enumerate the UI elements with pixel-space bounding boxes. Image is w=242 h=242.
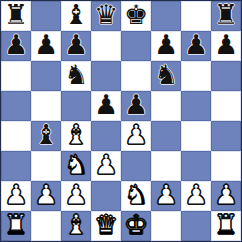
piece-black-queen[interactable]: ♛ [94, 0, 118, 30]
square-d3[interactable]: ♟ [91, 151, 121, 181]
square-a4[interactable] [1, 121, 31, 151]
square-g2[interactable]: ♟ [181, 181, 211, 211]
piece-white-pawn[interactable]: ♟ [184, 180, 208, 210]
square-f8[interactable] [151, 1, 181, 31]
square-b7[interactable]: ♟ [31, 31, 61, 61]
square-c7[interactable]: ♟ [61, 31, 91, 61]
square-f7[interactable]: ♟ [151, 31, 181, 61]
piece-white-pawn[interactable]: ♟ [154, 180, 178, 210]
piece-black-knight[interactable]: ♞ [154, 60, 178, 90]
square-e7[interactable] [121, 31, 151, 61]
square-g8[interactable] [181, 1, 211, 31]
piece-white-pawn[interactable]: ♟ [94, 150, 118, 180]
square-g1[interactable] [181, 211, 211, 241]
square-d5[interactable]: ♟ [91, 91, 121, 121]
piece-black-pawn[interactable]: ♟ [124, 90, 148, 120]
square-g3[interactable] [181, 151, 211, 181]
piece-black-knight[interactable]: ♞ [64, 60, 88, 90]
square-f3[interactable] [151, 151, 181, 181]
square-f4[interactable] [151, 121, 181, 151]
square-g7[interactable]: ♟ [181, 31, 211, 61]
square-h6[interactable] [211, 61, 241, 91]
piece-white-pawn[interactable]: ♟ [214, 180, 238, 210]
square-e6[interactable] [121, 61, 151, 91]
square-h2[interactable]: ♟ [211, 181, 241, 211]
piece-black-rook[interactable]: ♜ [4, 0, 28, 30]
piece-black-rook[interactable]: ♜ [214, 0, 238, 30]
square-b2[interactable]: ♟ [31, 181, 61, 211]
square-b3[interactable] [31, 151, 61, 181]
square-a6[interactable] [1, 61, 31, 91]
piece-black-pawn[interactable]: ♟ [4, 30, 28, 60]
square-d7[interactable] [91, 31, 121, 61]
square-a5[interactable] [1, 91, 31, 121]
square-a8[interactable]: ♜ [1, 1, 31, 31]
square-c1[interactable]: ♝ [61, 211, 91, 241]
square-e1[interactable]: ♚ [121, 211, 151, 241]
square-d6[interactable] [91, 61, 121, 91]
chess-board: ♜♝♛♚♜♟♟♟♟♟♟♞♞♟♟♝♝♟♞♟♟♟♟♞♟♟♟♜♝♛♚♜ [0, 0, 242, 242]
square-g5[interactable] [181, 91, 211, 121]
square-h8[interactable]: ♜ [211, 1, 241, 31]
piece-white-pawn[interactable]: ♟ [124, 120, 148, 150]
piece-black-pawn[interactable]: ♟ [34, 30, 58, 60]
square-f6[interactable]: ♞ [151, 61, 181, 91]
square-f1[interactable] [151, 211, 181, 241]
square-d1[interactable]: ♛ [91, 211, 121, 241]
piece-white-knight[interactable]: ♞ [124, 180, 148, 210]
square-c2[interactable]: ♟ [61, 181, 91, 211]
square-h1[interactable]: ♜ [211, 211, 241, 241]
square-g4[interactable] [181, 121, 211, 151]
square-c5[interactable] [61, 91, 91, 121]
square-a3[interactable] [1, 151, 31, 181]
square-g6[interactable] [181, 61, 211, 91]
piece-black-bishop[interactable]: ♝ [64, 0, 88, 30]
square-b1[interactable] [31, 211, 61, 241]
square-d2[interactable] [91, 181, 121, 211]
piece-black-pawn[interactable]: ♟ [214, 30, 238, 60]
square-h4[interactable] [211, 121, 241, 151]
piece-white-pawn[interactable]: ♟ [34, 180, 58, 210]
piece-white-bishop[interactable]: ♝ [64, 120, 88, 150]
square-h7[interactable]: ♟ [211, 31, 241, 61]
piece-black-king[interactable]: ♚ [124, 0, 148, 30]
square-b4[interactable]: ♝ [31, 121, 61, 151]
piece-black-pawn[interactable]: ♟ [94, 90, 118, 120]
piece-white-queen[interactable]: ♛ [94, 210, 118, 240]
square-e4[interactable]: ♟ [121, 121, 151, 151]
piece-white-rook[interactable]: ♜ [4, 210, 28, 240]
square-c3[interactable]: ♞ [61, 151, 91, 181]
piece-black-pawn[interactable]: ♟ [64, 30, 88, 60]
square-c8[interactable]: ♝ [61, 1, 91, 31]
piece-black-bishop[interactable]: ♝ [34, 120, 58, 150]
square-b8[interactable] [31, 1, 61, 31]
square-e8[interactable]: ♚ [121, 1, 151, 31]
piece-white-pawn[interactable]: ♟ [64, 180, 88, 210]
piece-black-pawn[interactable]: ♟ [184, 30, 208, 60]
square-f5[interactable] [151, 91, 181, 121]
square-h3[interactable] [211, 151, 241, 181]
square-c6[interactable]: ♞ [61, 61, 91, 91]
square-a1[interactable]: ♜ [1, 211, 31, 241]
piece-white-king[interactable]: ♚ [124, 210, 148, 240]
piece-white-knight[interactable]: ♞ [64, 150, 88, 180]
square-b6[interactable] [31, 61, 61, 91]
piece-white-rook[interactable]: ♜ [214, 210, 238, 240]
square-e3[interactable] [121, 151, 151, 181]
square-a2[interactable]: ♟ [1, 181, 31, 211]
square-c4[interactable]: ♝ [61, 121, 91, 151]
piece-white-pawn[interactable]: ♟ [4, 180, 28, 210]
piece-black-pawn[interactable]: ♟ [154, 30, 178, 60]
square-d8[interactable]: ♛ [91, 1, 121, 31]
square-h5[interactable] [211, 91, 241, 121]
square-b5[interactable] [31, 91, 61, 121]
square-f2[interactable]: ♟ [151, 181, 181, 211]
piece-white-bishop[interactable]: ♝ [64, 210, 88, 240]
square-d4[interactable] [91, 121, 121, 151]
square-a7[interactable]: ♟ [1, 31, 31, 61]
square-e2[interactable]: ♞ [121, 181, 151, 211]
square-e5[interactable]: ♟ [121, 91, 151, 121]
